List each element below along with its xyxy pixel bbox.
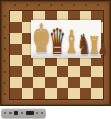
clock-rocker-lever	[9, 112, 12, 114]
coordinate-mark	[97, 4, 99, 6]
board-square	[10, 55, 22, 66]
board-square	[10, 11, 22, 22]
board-square	[80, 77, 92, 88]
coordinate-mark	[4, 15, 6, 17]
clock-display	[26, 111, 34, 115]
board-square	[10, 88, 22, 99]
clock-button-dot-r2	[41, 112, 43, 114]
board-square	[10, 33, 22, 44]
clock-button-dot-left	[4, 112, 6, 114]
coordinate-mark	[4, 48, 6, 50]
board-square	[68, 77, 80, 88]
frame-coordinate-marks-top	[9, 4, 104, 7]
board-square	[45, 88, 57, 99]
board-square	[22, 88, 34, 99]
coordinate-mark	[85, 4, 87, 6]
staunton-pawn-dark: ♟	[98, 41, 107, 56]
board-square	[91, 66, 103, 77]
coordinate-mark	[4, 93, 6, 95]
board-square	[57, 88, 69, 99]
coordinate-mark	[4, 82, 6, 84]
coordinate-mark	[50, 4, 52, 6]
board-square	[45, 77, 57, 88]
coordinate-mark	[26, 4, 28, 6]
board-square	[10, 44, 22, 55]
coordinate-mark	[61, 4, 63, 6]
chess-set-product-image[interactable]: ♚♛♝♞♜♟	[0, 0, 111, 119]
clock-button-dot-r1	[36, 112, 38, 114]
board-square	[57, 77, 69, 88]
board-square	[91, 88, 103, 99]
staunton-pieces-inset-photo: ♚♛♝♞♜♟	[31, 20, 101, 58]
board-square	[57, 66, 69, 77]
board-square	[10, 22, 22, 33]
board-square	[91, 77, 103, 88]
board-square	[68, 88, 80, 99]
board-square	[10, 77, 22, 88]
board-square	[33, 66, 45, 77]
board-square	[22, 66, 34, 77]
board-square	[80, 66, 92, 77]
board-square	[10, 66, 22, 77]
board-square	[68, 66, 80, 77]
coordinate-mark	[38, 4, 40, 6]
board-square	[33, 88, 45, 99]
clock-button-dot-mid	[21, 112, 23, 114]
coordinate-mark	[4, 37, 6, 39]
coordinate-mark	[14, 4, 16, 6]
board-square	[45, 66, 57, 77]
coordinate-mark	[4, 26, 6, 28]
coordinate-mark	[73, 4, 75, 6]
frame-coordinate-marks-left	[4, 10, 7, 100]
board-square	[22, 77, 34, 88]
clock-button-square	[14, 111, 18, 115]
coordinate-mark	[4, 60, 6, 62]
coordinate-mark	[4, 71, 6, 73]
board-square	[33, 77, 45, 88]
board-square	[80, 88, 92, 99]
chess-clock-photo	[1, 108, 46, 118]
chess-board-photo: ♚♛♝♞♜♟	[0, 0, 111, 106]
